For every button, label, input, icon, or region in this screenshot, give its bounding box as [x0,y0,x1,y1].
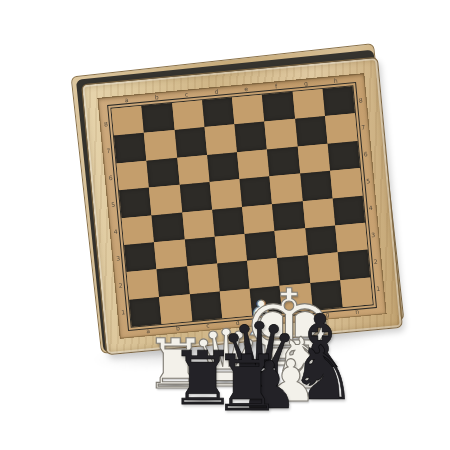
loose-pieces: ♜♜♛♜♝♛♚♟♟♞♝♞ [0,0,450,450]
piece-black-rook-2: ♜ [212,345,281,422]
product-photo-scene: abcdefgh abcdefgh 87654321 87654321 ♜♜♛♜… [0,0,450,450]
